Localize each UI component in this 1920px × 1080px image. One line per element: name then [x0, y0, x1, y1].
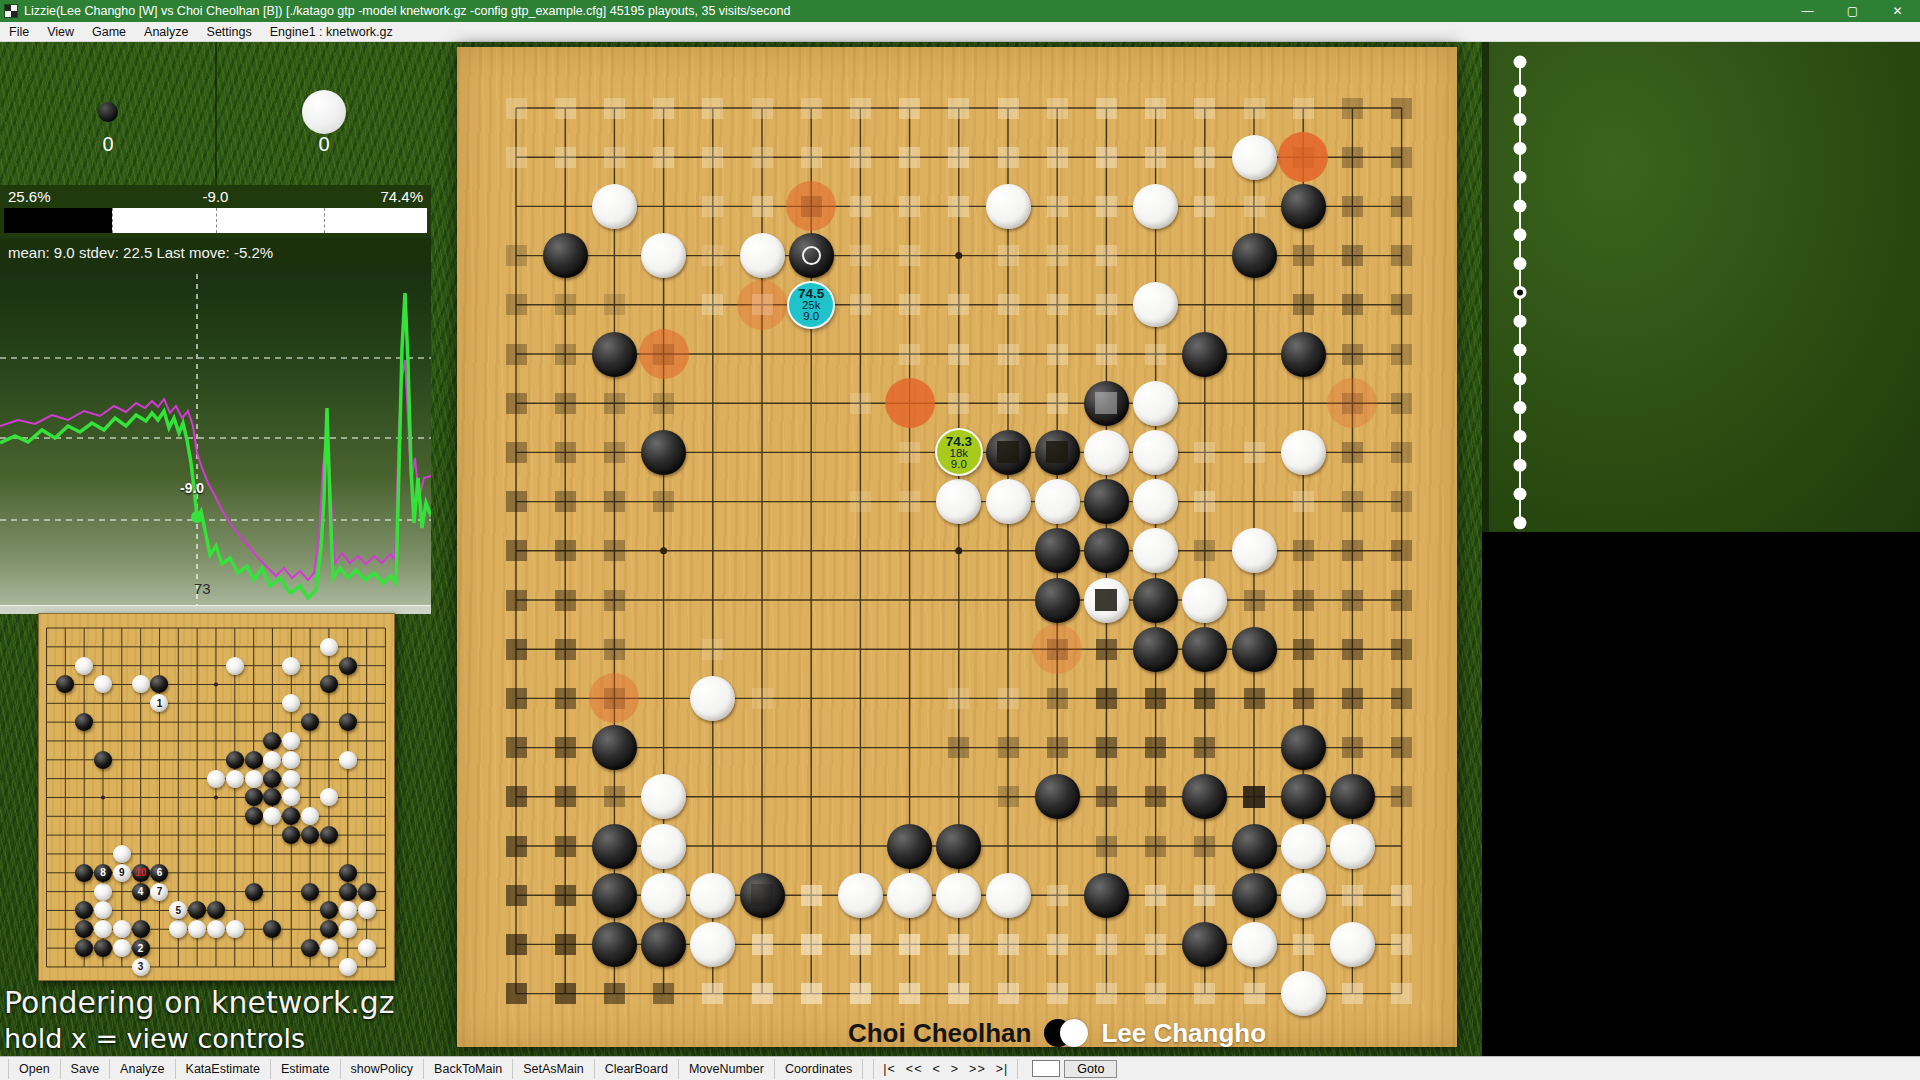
tree-node-current [1517, 289, 1523, 295]
territory-square [998, 344, 1019, 365]
white-stone [1133, 184, 1178, 229]
territory-square [1047, 98, 1068, 119]
nav-back-button[interactable]: < [927, 1062, 945, 1076]
territory-square [555, 885, 576, 906]
tree-node[interactable] [1514, 401, 1527, 414]
territory-square [1293, 294, 1314, 315]
white-stone [641, 233, 686, 278]
territory-square [1391, 98, 1412, 119]
menu-game[interactable]: Game [83, 25, 135, 39]
territory-square [899, 245, 920, 266]
winrate-bar-black-fill [4, 208, 112, 233]
black-stone [301, 883, 319, 901]
ownership-mark [1243, 786, 1265, 808]
tree-node[interactable] [1514, 372, 1527, 385]
territory-square [1145, 934, 1166, 955]
window-title: Lizzie(Lee Changho [W] vs Choi Cheolhan … [24, 4, 790, 18]
territory-square [604, 294, 625, 315]
tree-node[interactable] [1514, 488, 1527, 501]
territory-square [1096, 737, 1117, 758]
pv-move-number: 4 [132, 883, 150, 901]
territory-square [1145, 98, 1166, 119]
territory-square [1194, 98, 1215, 119]
territory-square [702, 245, 723, 266]
territory-square [1293, 688, 1314, 709]
black-stone [1182, 332, 1227, 377]
goban[interactable]: Choi Cheolhan Lee Changho 74.525k9.074.3… [457, 47, 1457, 1047]
candidate-score: 9.0 [803, 311, 819, 322]
nav-first-button[interactable]: |< [878, 1062, 901, 1076]
black-stone [1232, 627, 1277, 672]
white-stone [641, 824, 686, 869]
pv-move-number: 7 [150, 883, 168, 901]
winrate-graph-svg [0, 268, 431, 605]
white-stone [592, 184, 637, 229]
territory-square [1145, 983, 1166, 1004]
menu-file[interactable]: File [0, 25, 38, 39]
territory-square [702, 639, 723, 660]
territory-square [1145, 344, 1166, 365]
territory-square [752, 934, 773, 955]
territory-square [998, 688, 1019, 709]
tree-node[interactable] [1514, 113, 1527, 126]
tree-node[interactable] [1514, 56, 1527, 69]
white-stone [339, 958, 357, 976]
territory-square [850, 98, 871, 119]
territory-square [1194, 885, 1215, 906]
territory-square [1047, 737, 1068, 758]
white-stone [1330, 824, 1375, 869]
territory-square [653, 98, 674, 119]
white-captures-count: 0 [304, 133, 344, 156]
territory-square [506, 98, 527, 119]
territory-square [1293, 245, 1314, 266]
territory-square [1194, 737, 1215, 758]
territory-square [899, 98, 920, 119]
territory-square [850, 491, 871, 512]
territory-square [1342, 344, 1363, 365]
territory-square [998, 98, 1019, 119]
toolbar-open[interactable]: Open [8, 1059, 61, 1079]
goto-move-input[interactable] [1032, 1060, 1060, 1077]
territory-square [1145, 786, 1166, 807]
territory-square [850, 934, 871, 955]
pv-move-number: 6 [150, 864, 168, 882]
white-stone [320, 939, 338, 957]
territory-square [948, 688, 969, 709]
territory-square [899, 934, 920, 955]
territory-square [506, 590, 527, 611]
white-stone [1133, 479, 1178, 524]
territory-square [506, 639, 527, 660]
white-stone [1182, 578, 1227, 623]
territory-square [801, 983, 822, 1004]
toolbar-movenumber[interactable]: MoveNumber [679, 1059, 775, 1079]
menu-engine1-knetwork-gz[interactable]: Engine1 : knetwork.gz [261, 25, 402, 39]
territory-square [1096, 98, 1117, 119]
white-stone [113, 845, 131, 863]
pv-move-number: 3 [132, 958, 150, 976]
territory-square [555, 934, 576, 955]
white-winrate-label: 74.4% [380, 188, 423, 205]
territory-square [1096, 294, 1117, 315]
territory-square [1391, 196, 1412, 217]
territory-square [1342, 147, 1363, 168]
black-stone [592, 332, 637, 377]
tree-node[interactable] [1514, 315, 1527, 328]
territory-square [1047, 934, 1068, 955]
white-stone [282, 657, 300, 675]
territory-square [1391, 688, 1412, 709]
black-stone [1232, 824, 1277, 869]
toolbar-showpolicy[interactable]: showPolicy [341, 1059, 425, 1079]
pv-move-number: 1 [150, 694, 168, 712]
toolbar-setasmain[interactable]: SetAsMain [513, 1059, 594, 1079]
territory-square [850, 983, 871, 1004]
territory-square [948, 393, 969, 414]
white-stone [690, 873, 735, 918]
territory-square [850, 196, 871, 217]
tree-node[interactable] [1514, 171, 1527, 184]
territory-square [1293, 639, 1314, 660]
close-icon[interactable]: ✕ [1875, 0, 1920, 22]
white-stone-icon [302, 90, 346, 134]
candidate-score: 9.0 [951, 459, 967, 470]
territory-square [604, 590, 625, 611]
territory-square [506, 934, 527, 955]
territory-square [1047, 294, 1068, 315]
toolbar-estimate[interactable]: Estimate [271, 1059, 341, 1079]
tree-node[interactable] [1514, 84, 1527, 97]
variation-tree-svg[interactable] [1482, 42, 1920, 532]
territory-square [899, 344, 920, 365]
variation-board[interactable]: 12345678910 [38, 613, 395, 981]
white-stone [936, 873, 981, 918]
candidate-move[interactable]: 74.318k9.0 [935, 428, 983, 476]
territory-square [1244, 98, 1265, 119]
territory-square [1194, 688, 1215, 709]
black-stone [641, 922, 686, 967]
territory-square [1244, 590, 1265, 611]
ownership-mark [751, 884, 773, 906]
white-stone [339, 751, 357, 769]
white-stone [226, 657, 244, 675]
territory-square [555, 442, 576, 463]
menu-analyze[interactable]: Analyze [135, 25, 197, 39]
territory-square [702, 294, 723, 315]
territory-square [1047, 344, 1068, 365]
winrate-bar [4, 208, 427, 233]
territory-square [1194, 442, 1215, 463]
territory-square [1293, 540, 1314, 561]
tree-node[interactable] [1514, 430, 1527, 443]
territory-square [604, 147, 625, 168]
territory-square [1194, 983, 1215, 1004]
black-stone [1281, 774, 1326, 819]
territory-square [1342, 540, 1363, 561]
black-stone [339, 883, 357, 901]
territory-square [948, 196, 969, 217]
territory-square [998, 934, 1019, 955]
territory-square [1391, 393, 1412, 414]
territory-square [1293, 934, 1314, 955]
white-stone [320, 638, 338, 656]
territory-square [1391, 294, 1412, 315]
black-stone [543, 233, 588, 278]
territory-square [1047, 196, 1068, 217]
candidate-move[interactable]: 74.525k9.0 [787, 281, 835, 329]
territory-square [506, 885, 527, 906]
menu-settings[interactable]: Settings [198, 25, 261, 39]
territory-square [1391, 885, 1412, 906]
captures-divider [215, 42, 217, 185]
winrate-mark-50 [216, 208, 217, 233]
white-stone [986, 184, 1031, 229]
territory-square [752, 688, 773, 709]
territory-square [899, 147, 920, 168]
black-stone [1182, 627, 1227, 672]
territory-square [998, 147, 1019, 168]
app-icon [4, 4, 18, 18]
black-stone [263, 770, 281, 788]
toolbar-kataestimate[interactable]: KataEstimate [176, 1059, 271, 1079]
territory-square [1096, 344, 1117, 365]
territory-square [801, 934, 822, 955]
black-stone [1281, 725, 1326, 770]
territory-square [1342, 442, 1363, 463]
territory-square [752, 147, 773, 168]
territory-square [1244, 442, 1265, 463]
territory-square [1391, 245, 1412, 266]
territory-square [1391, 147, 1412, 168]
territory-square [998, 983, 1019, 1004]
white-stone [358, 901, 376, 919]
winrate-mark-75 [324, 208, 325, 233]
black-stone [641, 430, 686, 475]
white-stone [113, 920, 131, 938]
black-stone [320, 826, 338, 844]
black-stone [226, 751, 244, 769]
territory-square [1194, 540, 1215, 561]
territory-square [1293, 590, 1314, 611]
player-bar: Choi Cheolhan Lee Changho [557, 1013, 1557, 1053]
nav-last-button[interactable]: >| [991, 1062, 1014, 1076]
territory-square [555, 294, 576, 315]
territory-square [1096, 983, 1117, 1004]
territory-square [1047, 147, 1068, 168]
black-stone [245, 788, 263, 806]
winrate-graph[interactable]: -9.0 73 [0, 268, 431, 605]
white-stone [1281, 430, 1326, 475]
territory-square [948, 344, 969, 365]
black-player-name: Choi Cheolhan [848, 1018, 1031, 1049]
black-stone [245, 751, 263, 769]
territory-square [850, 245, 871, 266]
territory-square [1096, 836, 1117, 857]
territory-square [653, 491, 674, 512]
black-stone [1133, 578, 1178, 623]
territory-square [752, 98, 773, 119]
territory-square [604, 540, 625, 561]
territory-square [1096, 786, 1117, 807]
territory-square [1391, 442, 1412, 463]
territory-square [1194, 836, 1215, 857]
toolbar-clearboard[interactable]: ClearBoard [595, 1059, 679, 1079]
goto-button[interactable]: Goto [1064, 1060, 1117, 1078]
white-stone-icon [1060, 1019, 1088, 1047]
bottom-toolbar: OpenSaveAnalyzeKataEstimateEstimateshowP… [0, 1056, 1920, 1080]
territory-square [1391, 983, 1412, 1004]
territory-square [1096, 688, 1117, 709]
menu-view[interactable]: View [38, 25, 83, 39]
tree-node[interactable] [1514, 459, 1527, 472]
territory-square [1391, 737, 1412, 758]
territory-square [702, 98, 723, 119]
score-lead-label: -9.0 [0, 188, 431, 205]
territory-square [948, 294, 969, 315]
white-stone [1133, 381, 1178, 426]
white-stone [207, 770, 225, 788]
toolbar-analyze[interactable]: Analyze [110, 1059, 175, 1079]
toolbar-coordinates[interactable]: Coordinates [775, 1059, 863, 1079]
graph-move-number: 73 [194, 580, 211, 597]
white-stone [690, 676, 735, 721]
candidate-winrate: 74.3 [946, 435, 972, 448]
minimize-icon[interactable]: — [1785, 0, 1830, 22]
territory-square [1145, 836, 1166, 857]
ownership-mark [997, 441, 1019, 463]
territory-square [555, 737, 576, 758]
territory-square [998, 245, 1019, 266]
toolbar-save[interactable]: Save [61, 1059, 111, 1079]
pv-move-number: 10 [132, 864, 150, 882]
black-stone [339, 713, 357, 731]
territory-square [1391, 786, 1412, 807]
tree-node[interactable] [1514, 228, 1527, 241]
menu-bar: FileViewGameAnalyzeSettingsEngine1 : kne… [0, 22, 1920, 42]
territory-square [752, 196, 773, 217]
policy-heat-circle [639, 329, 689, 379]
white-stone [94, 883, 112, 901]
white-stone [358, 939, 376, 957]
white-stone [1232, 135, 1277, 180]
black-stone [339, 864, 357, 882]
territory-square [1342, 590, 1363, 611]
white-stone [740, 233, 785, 278]
white-stone [1232, 922, 1277, 967]
tree-node[interactable] [1514, 257, 1527, 270]
white-stone [1281, 824, 1326, 869]
territory-square [1145, 688, 1166, 709]
black-stone [132, 920, 150, 938]
black-stone [94, 751, 112, 769]
white-player-name: Lee Changho [1101, 1018, 1266, 1049]
territory-square [1342, 737, 1363, 758]
black-stone [94, 939, 112, 957]
territory-square [1391, 344, 1412, 365]
territory-square [702, 983, 723, 1004]
black-stone [358, 883, 376, 901]
nav-back10-button[interactable]: << [901, 1062, 928, 1076]
policy-heat-circle [885, 378, 935, 428]
black-stone [1084, 873, 1129, 918]
territory-square [1342, 639, 1363, 660]
nav-forward-button[interactable]: > [946, 1062, 964, 1076]
black-stone [1232, 233, 1277, 278]
territory-square [1194, 147, 1215, 168]
tree-node[interactable] [1514, 142, 1527, 155]
territory-square [653, 983, 674, 1004]
black-stone [592, 824, 637, 869]
pondering-status: Pondering on knetwork.gz [4, 985, 395, 1020]
territory-square [1145, 147, 1166, 168]
tree-node[interactable] [1514, 344, 1527, 357]
territory-square [555, 983, 576, 1004]
territory-square [506, 836, 527, 857]
graph-score-label: -9.0 [180, 480, 204, 496]
territory-square [506, 786, 527, 807]
territory-square [604, 442, 625, 463]
tree-node[interactable] [1514, 200, 1527, 213]
territory-square [1342, 98, 1363, 119]
territory-square [506, 442, 527, 463]
tree-node[interactable] [1514, 516, 1527, 529]
territory-square [555, 639, 576, 660]
black-stone [887, 824, 932, 869]
white-stone [1035, 479, 1080, 524]
white-stone [986, 873, 1031, 918]
black-captures-count: 0 [88, 133, 128, 156]
lizzie-window: Lizzie(Lee Changho [W] vs Choi Cheolhan … [0, 0, 1920, 1080]
territory-square [1145, 885, 1166, 906]
toolbar-backtomain[interactable]: BackToMain [424, 1059, 513, 1079]
territory-square [1194, 196, 1215, 217]
territory-square [899, 983, 920, 1004]
territory-square [702, 196, 723, 217]
territory-square [1096, 639, 1117, 660]
black-stone [592, 725, 637, 770]
territory-square [1096, 245, 1117, 266]
territory-square [850, 294, 871, 315]
territory-square [948, 934, 969, 955]
white-stone [339, 920, 357, 938]
black-stone [1182, 922, 1227, 967]
territory-square [1244, 688, 1265, 709]
territory-square [506, 294, 527, 315]
territory-square [1047, 245, 1068, 266]
territory-square [1244, 983, 1265, 1004]
nav-forward10-button[interactable]: >> [964, 1062, 991, 1076]
territory-square [1342, 491, 1363, 512]
black-stone-icon [98, 102, 118, 122]
territory-square [604, 983, 625, 1004]
territory-square [555, 590, 576, 611]
territory-square [1145, 737, 1166, 758]
policy-heat-circle [737, 280, 787, 330]
white-stone [1281, 873, 1326, 918]
territory-square [604, 491, 625, 512]
captures-panel: 0 0 [0, 42, 431, 185]
white-stone [113, 939, 131, 957]
territory-square [1047, 983, 1068, 1004]
maximize-icon[interactable]: ▢ [1830, 0, 1875, 22]
controls-hint: hold x = view controls [4, 1023, 305, 1054]
territory-square [555, 540, 576, 561]
territory-square [555, 147, 576, 168]
territory-square [1244, 196, 1265, 217]
pv-move-number: 8 [94, 864, 112, 882]
territory-square [702, 147, 723, 168]
